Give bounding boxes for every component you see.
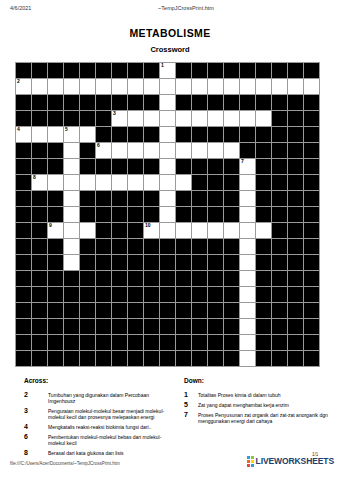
block-cell: [144, 287, 159, 302]
letter-cell[interactable]: [288, 79, 303, 94]
block-cell: [96, 303, 111, 318]
letter-cell[interactable]: [240, 207, 255, 222]
block-cell: [208, 95, 223, 110]
block-cell: [80, 95, 95, 110]
letter-cell[interactable]: [144, 111, 159, 126]
letter-cell[interactable]: [224, 79, 239, 94]
clue-item: 7Proses Penyusunan zat organik dari zat-…: [184, 411, 334, 424]
clue-number-7: 7: [241, 159, 244, 165]
letter-cell[interactable]: [112, 143, 127, 158]
clue-item-text: Mengkatalis reaksi-reaksi biokimia fungs…: [48, 423, 151, 430]
letter-cell[interactable]: [112, 79, 127, 94]
block-cell: [304, 95, 319, 110]
block-cell: [16, 239, 31, 254]
block-cell: [256, 159, 271, 174]
letter-cell[interactable]: [240, 303, 255, 318]
block-cell: [144, 335, 159, 350]
clue-number-6: 6: [97, 143, 100, 149]
block-cell: [240, 63, 255, 78]
block-cell: [16, 159, 31, 174]
block-cell: [128, 335, 143, 350]
letter-cell[interactable]: [240, 111, 255, 126]
block-cell: [304, 335, 319, 350]
block-cell: [64, 95, 79, 110]
clue-item-number: 8: [24, 449, 48, 456]
block-cell: [272, 127, 287, 142]
block-cell: [192, 63, 207, 78]
block-cell: [304, 207, 319, 222]
block-cell: [224, 95, 239, 110]
block-cell: [288, 287, 303, 302]
block-cell: [16, 143, 31, 158]
clue-number-3: 3: [113, 111, 116, 117]
letter-cell[interactable]: [160, 111, 175, 126]
letter-cell[interactable]: [176, 111, 191, 126]
across-clues: Across: 2Tumbuhan yang digunakan dalam P…: [24, 377, 176, 459]
block-cell: [176, 351, 191, 366]
block-cell: [96, 335, 111, 350]
letter-cell[interactable]: [80, 79, 95, 94]
letter-cell[interactable]: [64, 159, 79, 174]
letter-cell[interactable]: [64, 191, 79, 206]
letter-cell[interactable]: 8: [32, 175, 47, 190]
block-cell: [304, 159, 319, 174]
block-cell: [96, 351, 111, 366]
clue-item-text: Berasal dari kata glukosa dan lisis: [48, 449, 124, 456]
block-cell: [304, 143, 319, 158]
across-list: 2Tumbuhan yang digunakan dalam Percobaan…: [24, 391, 176, 456]
block-cell: [144, 191, 159, 206]
block-cell: [80, 255, 95, 270]
block-cell: [96, 287, 111, 302]
block-cell: [64, 111, 79, 126]
block-cell: [208, 159, 223, 174]
block-cell: [288, 319, 303, 334]
down-clues: Down: 1Totalitas Proses kimia di dalam t…: [184, 377, 334, 427]
letter-cell[interactable]: [160, 159, 175, 174]
block-cell: [96, 207, 111, 222]
block-cell: [240, 143, 255, 158]
block-cell: [208, 239, 223, 254]
block-cell: [80, 207, 95, 222]
block-cell: [48, 239, 63, 254]
block-cell: [192, 127, 207, 142]
block-cell: [224, 303, 239, 318]
block-cell: [176, 191, 191, 206]
letter-cell[interactable]: 9: [48, 223, 63, 238]
letter-cell[interactable]: [240, 351, 255, 366]
block-cell: [304, 191, 319, 206]
block-cell: [304, 271, 319, 286]
clue-number-8: 8: [33, 175, 36, 181]
block-cell: [304, 255, 319, 270]
letter-cell[interactable]: 7: [240, 159, 255, 174]
block-cell: [144, 303, 159, 318]
block-cell: [192, 303, 207, 318]
letter-cell[interactable]: [64, 207, 79, 222]
block-cell: [80, 303, 95, 318]
letter-cell[interactable]: 4: [16, 127, 31, 142]
block-cell: [128, 95, 143, 110]
block-cell: [272, 271, 287, 286]
letter-cell[interactable]: [256, 79, 271, 94]
clue-number-5: 5: [65, 127, 68, 133]
block-cell: [16, 95, 31, 110]
clue-number-1: 1: [161, 63, 164, 69]
block-cell: [272, 351, 287, 366]
block-cell: [112, 271, 127, 286]
letter-cell[interactable]: [240, 191, 255, 206]
letter-cell[interactable]: [224, 223, 239, 238]
block-cell: [160, 319, 175, 334]
clue-item-text: Totalitas Proses kimia di dalam tubuh: [198, 391, 281, 398]
block-cell: [128, 319, 143, 334]
letter-cell[interactable]: [192, 223, 207, 238]
block-cell: [112, 303, 127, 318]
letter-cell[interactable]: [272, 79, 287, 94]
block-cell: [272, 287, 287, 302]
letter-cell[interactable]: [224, 143, 239, 158]
block-cell: [176, 303, 191, 318]
block-cell: [224, 63, 239, 78]
block-cell: [48, 207, 63, 222]
block-cell: [272, 303, 287, 318]
block-cell: [128, 287, 143, 302]
block-cell: [32, 95, 47, 110]
block-cell: [272, 223, 287, 238]
block-cell: [96, 239, 111, 254]
logo-icon-square: [247, 464, 250, 467]
letter-cell[interactable]: [240, 287, 255, 302]
letter-cell[interactable]: [160, 127, 175, 142]
letter-cell[interactable]: [160, 143, 175, 158]
block-cell: [192, 351, 207, 366]
block-cell: [288, 143, 303, 158]
letter-cell[interactable]: [128, 143, 143, 158]
letter-cell[interactable]: [96, 79, 111, 94]
letter-cell[interactable]: [240, 239, 255, 254]
letter-cell[interactable]: [176, 175, 191, 190]
block-cell: [16, 175, 31, 190]
clue-item-number: 2: [24, 391, 48, 404]
block-cell: [304, 351, 319, 366]
block-cell: [64, 271, 79, 286]
block-cell: [208, 127, 223, 142]
clue-item: 6Pembentukan molekul-molekul bebas dari …: [24, 433, 176, 446]
liveworksheets-logo: LIVEWORKSHEETS: [247, 456, 334, 467]
block-cell: [304, 239, 319, 254]
block-cell: [176, 207, 191, 222]
block-cell: [80, 287, 95, 302]
block-cell: [64, 351, 79, 366]
block-cell: [288, 191, 303, 206]
letter-cell[interactable]: [192, 143, 207, 158]
block-cell: [208, 255, 223, 270]
block-cell: [256, 271, 271, 286]
letter-cell[interactable]: [224, 111, 239, 126]
block-cell: [176, 255, 191, 270]
block-cell: [128, 127, 143, 142]
block-cell: [256, 175, 271, 190]
letter-cell[interactable]: [208, 223, 223, 238]
block-cell: [80, 335, 95, 350]
block-cell: [144, 127, 159, 142]
block-cell: [16, 111, 31, 126]
block-cell: [64, 335, 79, 350]
block-cell: [288, 159, 303, 174]
block-cell: [160, 239, 175, 254]
block-cell: [192, 95, 207, 110]
block-cell: [160, 255, 175, 270]
block-cell: [112, 335, 127, 350]
block-cell: [272, 335, 287, 350]
letter-cell[interactable]: [256, 223, 271, 238]
letter-cell[interactable]: [80, 127, 95, 142]
block-cell: [96, 191, 111, 206]
block-cell: [288, 63, 303, 78]
print-footer-url: file:///C:/Users/Acer/Documents/~TempJCr…: [10, 461, 120, 466]
block-cell: [272, 159, 287, 174]
letter-cell[interactable]: [160, 223, 175, 238]
page-subtitle: Crossword: [0, 45, 340, 54]
letter-cell[interactable]: [144, 143, 159, 158]
block-cell: [112, 63, 127, 78]
block-cell: [304, 319, 319, 334]
block-cell: [48, 271, 63, 286]
letter-cell[interactable]: [256, 111, 271, 126]
letter-cell[interactable]: [80, 175, 95, 190]
block-cell: [176, 127, 191, 142]
letter-cell[interactable]: [48, 175, 63, 190]
letter-cell[interactable]: [240, 223, 255, 238]
block-cell: [64, 319, 79, 334]
logo-icon-square: [251, 460, 254, 463]
letter-cell[interactable]: [64, 239, 79, 254]
clue-item: 5Zat yang dapat menghambat kerja enzim: [184, 401, 334, 408]
worksheet-grid-icon: [247, 456, 254, 467]
block-cell: [208, 191, 223, 206]
block-cell: [48, 287, 63, 302]
block-cell: [160, 335, 175, 350]
block-cell: [128, 351, 143, 366]
block-cell: [288, 239, 303, 254]
letter-cell[interactable]: [144, 175, 159, 190]
block-cell: [256, 63, 271, 78]
block-cell: [272, 207, 287, 222]
block-cell: [112, 207, 127, 222]
block-cell: [192, 175, 207, 190]
block-cell: [128, 303, 143, 318]
block-cell: [288, 95, 303, 110]
letter-cell[interactable]: [160, 207, 175, 222]
block-cell: [32, 159, 47, 174]
block-cell: [176, 287, 191, 302]
block-cell: [128, 191, 143, 206]
letter-cell[interactable]: 5: [64, 127, 79, 142]
block-cell: [240, 127, 255, 142]
block-cell: [112, 223, 127, 238]
block-cell: [32, 319, 47, 334]
letter-cell[interactable]: 2: [16, 79, 31, 94]
letter-cell[interactable]: [240, 335, 255, 350]
block-cell: [32, 351, 47, 366]
block-cell: [112, 351, 127, 366]
letter-cell[interactable]: [128, 175, 143, 190]
block-cell: [112, 159, 127, 174]
letter-cell[interactable]: [128, 79, 143, 94]
letter-cell[interactable]: [80, 223, 95, 238]
block-cell: [16, 255, 31, 270]
block-cell: [16, 303, 31, 318]
letter-cell[interactable]: [160, 95, 175, 110]
letter-cell[interactable]: [96, 175, 111, 190]
block-cell: [112, 239, 127, 254]
print-header-date: 4/6/2021: [10, 5, 31, 11]
block-cell: [112, 191, 127, 206]
block-cell: [256, 287, 271, 302]
letter-cell[interactable]: 10: [144, 223, 159, 238]
block-cell: [128, 63, 143, 78]
block-cell: [224, 319, 239, 334]
block-cell: [144, 207, 159, 222]
letter-cell[interactable]: [64, 175, 79, 190]
block-cell: [256, 207, 271, 222]
block-cell: [128, 255, 143, 270]
letter-cell[interactable]: [192, 111, 207, 126]
block-cell: [224, 127, 239, 142]
block-cell: [256, 191, 271, 206]
letter-cell[interactable]: [160, 191, 175, 206]
letter-cell[interactable]: [64, 223, 79, 238]
clue-item-text: Pembentukan molekul-molekul bebas dari m…: [48, 433, 176, 446]
block-cell: [80, 143, 95, 158]
block-cell: [96, 319, 111, 334]
block-cell: [64, 303, 79, 318]
block-cell: [208, 207, 223, 222]
letter-cell[interactable]: [176, 143, 191, 158]
block-cell: [224, 159, 239, 174]
letter-cell[interactable]: [208, 79, 223, 94]
block-cell: [112, 319, 127, 334]
clue-item-number: 4: [24, 423, 48, 430]
block-cell: [192, 287, 207, 302]
clue-item-number: 6: [24, 433, 48, 446]
block-cell: [304, 63, 319, 78]
letter-cell[interactable]: [112, 175, 127, 190]
block-cell: [32, 223, 47, 238]
letter-cell[interactable]: 6: [96, 143, 111, 158]
block-cell: [144, 159, 159, 174]
block-cell: [64, 63, 79, 78]
letter-cell[interactable]: [144, 79, 159, 94]
block-cell: [192, 191, 207, 206]
block-cell: [144, 255, 159, 270]
block-cell: [32, 191, 47, 206]
letter-cell[interactable]: [176, 223, 191, 238]
letter-cell[interactable]: 1: [160, 63, 175, 78]
block-cell: [288, 127, 303, 142]
block-cell: [224, 287, 239, 302]
print-header-doc-title: ~TempJCrossPrint.htm: [158, 5, 214, 11]
letter-cell[interactable]: [176, 79, 191, 94]
letter-cell[interactable]: [240, 79, 255, 94]
block-cell: [80, 351, 95, 366]
clue-item: 2Tumbuhan yang digunakan dalam Percobaan…: [24, 391, 176, 404]
block-cell: [48, 303, 63, 318]
block-cell: [128, 271, 143, 286]
logo-icon-square: [251, 456, 254, 459]
letter-cell[interactable]: [160, 79, 175, 94]
letter-cell[interactable]: [208, 111, 223, 126]
letter-cell[interactable]: [64, 255, 79, 270]
letter-cell[interactable]: [240, 255, 255, 270]
letter-cell[interactable]: [192, 79, 207, 94]
letter-cell[interactable]: [240, 319, 255, 334]
block-cell: [144, 351, 159, 366]
block-cell: [16, 63, 31, 78]
block-cell: [32, 303, 47, 318]
letter-cell[interactable]: [240, 271, 255, 286]
block-cell: [208, 335, 223, 350]
clue-item: 8Berasal dari kata glukosa dan lisis: [24, 449, 176, 456]
block-cell: [288, 207, 303, 222]
block-cell: [16, 207, 31, 222]
block-cell: [32, 287, 47, 302]
letter-cell[interactable]: [64, 79, 79, 94]
letter-cell[interactable]: [64, 143, 79, 158]
letter-cell[interactable]: [32, 127, 47, 142]
clue-item-text: Zat yang dapat menghambat kerja enzim: [198, 401, 289, 408]
block-cell: [304, 223, 319, 238]
block-cell: [48, 63, 63, 78]
block-cell: [16, 351, 31, 366]
letter-cell[interactable]: [48, 127, 63, 142]
block-cell: [176, 159, 191, 174]
letter-cell[interactable]: [304, 79, 319, 94]
block-cell: [288, 111, 303, 126]
letter-cell[interactable]: 3: [112, 111, 127, 126]
clue-item-number: 3: [24, 407, 48, 420]
block-cell: [32, 335, 47, 350]
block-cell: [96, 111, 111, 126]
block-cell: [80, 271, 95, 286]
block-cell: [64, 287, 79, 302]
letter-cell[interactable]: [240, 175, 255, 190]
block-cell: [288, 351, 303, 366]
block-cell: [288, 175, 303, 190]
letter-cell[interactable]: [48, 79, 63, 94]
letter-cell[interactable]: [32, 79, 47, 94]
block-cell: [192, 207, 207, 222]
liveworksheets-logo-text: LIVEWORKSHEETS: [256, 456, 334, 466]
block-cell: [48, 335, 63, 350]
block-cell: [16, 319, 31, 334]
clue-item: 1Totalitas Proses kimia di dalam tubuh: [184, 391, 334, 398]
clue-number-9: 9: [49, 223, 52, 229]
block-cell: [80, 111, 95, 126]
block-cell: [112, 287, 127, 302]
block-cell: [48, 95, 63, 110]
block-cell: [48, 319, 63, 334]
block-cell: [128, 239, 143, 254]
clue-item-text: Penguraian molekul-molekul besar menjadi…: [48, 407, 176, 420]
letter-cell[interactable]: [128, 111, 143, 126]
block-cell: [128, 207, 143, 222]
block-cell: [48, 351, 63, 366]
letter-cell[interactable]: [208, 143, 223, 158]
letter-cell[interactable]: [160, 175, 175, 190]
block-cell: [272, 255, 287, 270]
